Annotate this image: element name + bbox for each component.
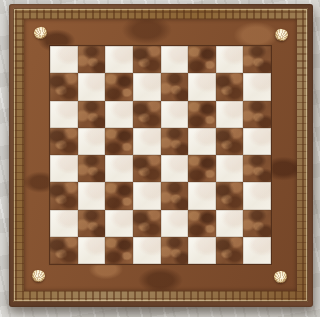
square-f4[interactable]: [188, 155, 216, 182]
square-g6[interactable]: [216, 101, 244, 128]
square-g5[interactable]: [216, 128, 244, 155]
square-h1[interactable]: [243, 237, 271, 264]
square-d4[interactable]: [133, 155, 161, 182]
square-h6[interactable]: [243, 101, 271, 128]
board-grid: [50, 46, 271, 264]
square-f6[interactable]: [188, 101, 216, 128]
corner-ornament-icon: [273, 270, 288, 284]
square-b1[interactable]: [78, 237, 106, 264]
square-a6[interactable]: [50, 101, 78, 128]
corner-ornament-icon: [31, 269, 46, 283]
square-h2[interactable]: [243, 210, 271, 237]
square-f2[interactable]: [188, 210, 216, 237]
square-d5[interactable]: [133, 128, 161, 155]
square-b3[interactable]: [78, 182, 106, 209]
square-d7[interactable]: [133, 73, 161, 100]
square-b8[interactable]: [78, 46, 106, 73]
square-g1[interactable]: [216, 237, 244, 264]
square-h7[interactable]: [243, 73, 271, 100]
square-c2[interactable]: [105, 210, 133, 237]
square-d3[interactable]: [133, 182, 161, 209]
square-d8[interactable]: [133, 46, 161, 73]
square-e4[interactable]: [161, 155, 189, 182]
square-d2[interactable]: [133, 210, 161, 237]
gold-trim-border: [13, 8, 308, 302]
square-g8[interactable]: [216, 46, 244, 73]
square-b5[interactable]: [78, 128, 106, 155]
square-e7[interactable]: [161, 73, 189, 100]
square-e3[interactable]: [161, 182, 189, 209]
square-c8[interactable]: [105, 46, 133, 73]
square-a7[interactable]: [50, 73, 78, 100]
square-f3[interactable]: [188, 182, 216, 209]
square-a1[interactable]: [50, 237, 78, 264]
square-b2[interactable]: [78, 210, 106, 237]
board-frame: [24, 19, 297, 291]
square-e8[interactable]: [161, 46, 189, 73]
square-c4[interactable]: [105, 155, 133, 182]
square-a4[interactable]: [50, 155, 78, 182]
scene-background: [0, 0, 320, 317]
square-e1[interactable]: [161, 237, 189, 264]
square-f8[interactable]: [188, 46, 216, 73]
square-f7[interactable]: [188, 73, 216, 100]
corner-ornament-icon: [274, 28, 289, 42]
square-e2[interactable]: [161, 210, 189, 237]
square-d1[interactable]: [133, 237, 161, 264]
square-a5[interactable]: [50, 128, 78, 155]
square-a2[interactable]: [50, 210, 78, 237]
square-e5[interactable]: [161, 128, 189, 155]
square-d6[interactable]: [133, 101, 161, 128]
square-a8[interactable]: [50, 46, 78, 73]
square-a3[interactable]: [50, 182, 78, 209]
square-g2[interactable]: [216, 210, 244, 237]
square-c1[interactable]: [105, 237, 133, 264]
square-h4[interactable]: [243, 155, 271, 182]
square-b7[interactable]: [78, 73, 106, 100]
square-b6[interactable]: [78, 101, 106, 128]
chess-board: [9, 4, 313, 307]
square-f5[interactable]: [188, 128, 216, 155]
square-g3[interactable]: [216, 182, 244, 209]
square-h3[interactable]: [243, 182, 271, 209]
square-f1[interactable]: [188, 237, 216, 264]
square-g4[interactable]: [216, 155, 244, 182]
square-c7[interactable]: [105, 73, 133, 100]
corner-ornament-icon: [33, 26, 49, 41]
square-e6[interactable]: [161, 101, 189, 128]
square-h8[interactable]: [243, 46, 271, 73]
square-b4[interactable]: [78, 155, 106, 182]
square-g7[interactable]: [216, 73, 244, 100]
square-h5[interactable]: [243, 128, 271, 155]
square-c6[interactable]: [105, 101, 133, 128]
square-c5[interactable]: [105, 128, 133, 155]
square-c3[interactable]: [105, 182, 133, 209]
